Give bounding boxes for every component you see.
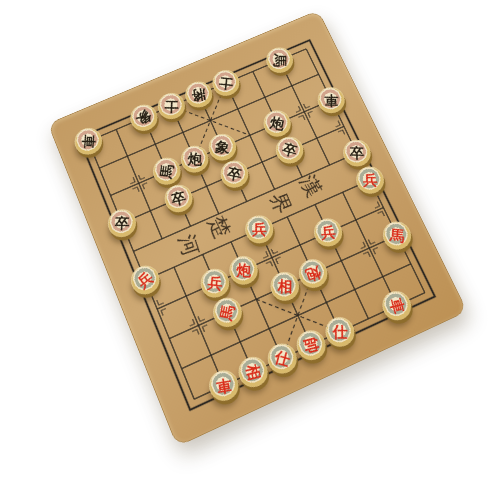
piece-character: 卒 xyxy=(225,163,243,184)
piece-character: 相 xyxy=(277,276,292,297)
piece-character: 象 xyxy=(214,137,230,157)
piece-character: 車 xyxy=(385,296,409,316)
piece-character: 仕 xyxy=(272,346,292,371)
piece-character: 卒 xyxy=(114,213,130,233)
piece-character: 象 xyxy=(132,106,155,129)
piece-character: 馬 xyxy=(270,53,289,67)
product-photo-scene: 河 楚 界 漢 車象士將士馬馬炮象炮車卒卒卒卒卒兵兵兵兵炮兵相炮馬馬車相仕帥仕車 xyxy=(0,0,500,500)
piece-character: 將 xyxy=(190,84,207,104)
xiangqi-board[interactable]: 河 楚 界 漢 車象士將士馬馬炮象炮車卒卒卒卒卒兵兵兵兵炮兵相炮馬馬車相仕帥仕車 xyxy=(48,10,468,447)
piece-character: 炮 xyxy=(303,262,324,286)
piece-character: 馬 xyxy=(216,303,239,322)
piece-character: 兵 xyxy=(252,219,267,239)
piece-character: 馬 xyxy=(389,225,405,246)
piece-character: 帥 xyxy=(299,335,323,355)
piece-character: 士 xyxy=(218,73,234,92)
piece-character: 炮 xyxy=(187,150,202,169)
board-mat: 河 楚 界 漢 車象士將士馬馬炮象炮車卒卒卒卒卒兵兵兵兵炮兵相炮馬馬車相仕帥仕車 xyxy=(48,10,468,447)
piece-character: 車 xyxy=(78,134,98,148)
piece-character: 車 xyxy=(215,374,233,398)
piece-character: 卒 xyxy=(169,187,188,209)
piece-character: 炮 xyxy=(236,260,251,280)
piece-character: 兵 xyxy=(133,267,157,292)
piece-character: 卒 xyxy=(280,139,299,161)
piece-character: 卒 xyxy=(350,143,365,162)
piece-character: 馬 xyxy=(156,163,177,179)
piece-character: 士 xyxy=(164,97,179,116)
piece-character: 炮 xyxy=(268,113,286,134)
piece-character: 兵 xyxy=(206,272,223,294)
piece-character: 相 xyxy=(241,362,265,383)
piece-character: 仕 xyxy=(332,321,347,342)
piece-character: 兵 xyxy=(320,222,336,243)
piece-character: 車 xyxy=(324,91,338,110)
piece-character: 兵 xyxy=(363,170,378,189)
